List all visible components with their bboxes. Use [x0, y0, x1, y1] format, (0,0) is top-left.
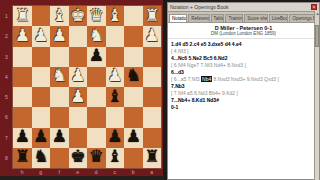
- square-h7[interactable]: ♟: [13, 128, 32, 148]
- square-c8[interactable]: ♝: [106, 148, 125, 168]
- rank-label-2: 2: [0, 26, 13, 46]
- square-c5[interactable]: ♝: [106, 87, 125, 107]
- square-g8[interactable]: ♞: [32, 148, 51, 168]
- square-c2[interactable]: [106, 26, 125, 46]
- square-d7[interactable]: [87, 128, 106, 148]
- tab-score-sheet[interactable]: Score sheet: [244, 14, 268, 22]
- black-bishop-piece: ♝: [107, 148, 122, 165]
- square-a5[interactable]: [143, 87, 162, 107]
- white-bishop-piece: ♝: [107, 7, 122, 24]
- square-f8[interactable]: [50, 148, 69, 168]
- square-d2[interactable]: ♞: [87, 26, 106, 46]
- rank-label-7: 7: [0, 128, 13, 148]
- notation-line-8[interactable]: [ 7.Nf4 a5 8.Nd3 Bb4+ 9.Kd2 ]: [171, 90, 316, 97]
- black-pawn-piece: ♟: [15, 128, 30, 145]
- white-rook-piece: ♜: [15, 7, 30, 24]
- black-pawn-piece: ♟: [126, 128, 141, 145]
- square-c1[interactable]: ♝: [106, 6, 125, 26]
- white-knight-piece: ♞: [89, 27, 104, 44]
- notation-scrollbar[interactable]: ▲: [314, 11, 319, 180]
- notation-line-6[interactable]: [ 6...a5 7.Nf3 Nb4 8.Nxd3 Nxd3+ 9.Nxd3 Q…: [171, 76, 316, 83]
- square-c6[interactable]: [106, 107, 125, 127]
- square-d3[interactable]: ♟: [87, 47, 106, 67]
- black-pawn-piece: ♟: [52, 128, 67, 145]
- square-a8[interactable]: ♜: [143, 148, 162, 168]
- file-label-b: b: [124, 168, 143, 176]
- move-text: [ 6.Nf4 Nge7 7.Nf3 Nd4+ 8.Nxd3 ]: [171, 62, 246, 68]
- current-move-highlight[interactable]: Nb4: [201, 76, 212, 82]
- move-text: [ 7.Nf4 a5 8.Nd3 Bb4+ 9.Kd2 ]: [171, 90, 238, 96]
- black-pawn-piece: ♟: [33, 128, 48, 145]
- tab-notation[interactable]: Notation: [169, 14, 187, 22]
- square-e8[interactable]: ♚: [69, 148, 88, 168]
- white-pawn-piece: ♟: [15, 27, 30, 44]
- board-frame-bottom: [0, 176, 164, 180]
- square-e3[interactable]: [69, 47, 88, 67]
- black-king-piece: ♚: [70, 148, 85, 165]
- square-f2[interactable]: ♟: [50, 26, 69, 46]
- move-text: [ 6...a5 7.Nf3: [171, 76, 201, 82]
- white-rook-piece: ♜: [144, 7, 159, 24]
- move-text: 6...d3: [171, 69, 184, 75]
- rank-labels: 12345678: [0, 6, 13, 168]
- square-h6[interactable]: [13, 107, 32, 127]
- notation-line-9[interactable]: 7...Nb4+ 8.Kd1 Nd3#: [171, 97, 316, 104]
- white-pawn-piece: ♟: [33, 27, 48, 44]
- rank-label-3: 3: [0, 47, 13, 67]
- square-b7[interactable]: ♟: [124, 128, 143, 148]
- notation-line-4[interactable]: [ 6.Nf4 Nge7 7.Nf3 Nd4+ 8.Nxd3 ]: [171, 62, 316, 69]
- notation-panel: Notation + Openings Book x NotationRefer…: [167, 2, 320, 180]
- tab-table[interactable]: Table: [211, 14, 225, 22]
- black-knight-piece: ♞: [33, 148, 48, 165]
- square-b2[interactable]: [124, 26, 143, 46]
- white-queen-piece: ♛: [89, 7, 104, 24]
- square-e5[interactable]: ♟: [69, 87, 88, 107]
- game-event-line: DM (London London ENG 1859): [170, 31, 317, 37]
- square-g4[interactable]: [32, 67, 51, 87]
- close-icon[interactable]: x: [311, 4, 317, 10]
- square-g3[interactable]: [32, 47, 51, 67]
- square-b6[interactable]: [124, 107, 143, 127]
- white-pawn-piece: ♟: [144, 27, 159, 44]
- file-label-e: e: [69, 168, 88, 176]
- notation-line-3[interactable]: 4...Nc6 5.Ne2 Bc5 6.Nd2: [171, 55, 316, 62]
- square-a3[interactable]: [143, 47, 162, 67]
- square-e7[interactable]: [69, 128, 88, 148]
- square-b5[interactable]: [124, 87, 143, 107]
- move-text: 1.d4 d5 2.c4 e5 3.dxe5 d4 4.e4: [171, 41, 242, 47]
- square-b1[interactable]: [124, 6, 143, 26]
- notation-line-7[interactable]: 7.Nb3: [171, 83, 316, 90]
- black-queen-piece: ♛: [89, 148, 104, 165]
- square-b4[interactable]: ♞: [124, 67, 143, 87]
- square-b3[interactable]: [124, 47, 143, 67]
- rank-label-5: 5: [0, 87, 13, 107]
- move-text: 0-1: [171, 104, 178, 110]
- white-pawn-piece: ♟: [70, 67, 85, 84]
- square-f6[interactable]: [50, 107, 69, 127]
- move-text: 7.Nb3: [171, 83, 185, 89]
- move-text: 4...Nc6 5.Ne2 Bc5 6.Nd2: [171, 55, 227, 61]
- square-h8[interactable]: ♜: [13, 148, 32, 168]
- white-king-piece: ♚: [70, 7, 85, 24]
- white-pawn-piece: ♟: [52, 27, 67, 44]
- black-rook-piece: ♜: [15, 148, 30, 165]
- square-b8[interactable]: [124, 148, 143, 168]
- chess-board-panel: 12345678 ♜♝♚♛♝♜♟♟♟♞♟♟♞♟♟♞♟♝♟♟♟♟♟♜♞♚♛♝♜ h…: [0, 0, 164, 180]
- square-g5[interactable]: [32, 87, 51, 107]
- notation-tab-row: NotationReferenceTableTrainingScore shee…: [168, 12, 319, 23]
- square-f5[interactable]: [50, 87, 69, 107]
- square-e4[interactable]: ♟: [69, 67, 88, 87]
- square-a6[interactable]: [143, 107, 162, 127]
- square-h2[interactable]: ♟: [13, 26, 32, 46]
- notation-line-1[interactable]: 1.d4 d5 2.c4 e5 3.dxe5 d4 4.e4: [171, 41, 316, 48]
- square-f4[interactable]: ♞: [50, 67, 69, 87]
- square-d5[interactable]: [87, 87, 106, 107]
- square-a1[interactable]: ♜: [143, 6, 162, 26]
- file-label-c: c: [106, 168, 125, 176]
- black-rook-piece: ♜: [144, 148, 159, 165]
- square-d6[interactable]: [87, 107, 106, 127]
- square-a7[interactable]: [143, 128, 162, 148]
- tab-livebook[interactable]: LiveBook: [269, 14, 289, 22]
- square-c3[interactable]: [106, 47, 125, 67]
- black-bishop-piece: ♝: [107, 88, 122, 105]
- square-d4[interactable]: [87, 67, 106, 87]
- notation-line-5[interactable]: 6...d3: [171, 69, 316, 76]
- square-c4[interactable]: ♟: [106, 67, 125, 87]
- square-a4[interactable]: [143, 67, 162, 87]
- notation-panel-title: Notation + Openings Book: [170, 4, 229, 10]
- rank-label-1: 1: [0, 6, 13, 26]
- scroll-up-icon[interactable]: ▲: [315, 11, 320, 16]
- rank-label-6: 6: [0, 107, 13, 127]
- square-g6[interactable]: [32, 107, 51, 127]
- move-text: [ 4.Nf3 ]: [171, 48, 189, 54]
- file-label-g: g: [32, 168, 51, 176]
- black-pawn-piece: ♟: [107, 128, 122, 145]
- square-f3[interactable]: [50, 47, 69, 67]
- square-g1[interactable]: [32, 6, 51, 26]
- file-label-h: h: [13, 168, 32, 176]
- square-e6[interactable]: [69, 107, 88, 127]
- black-pawn-piece: ♟: [89, 47, 104, 64]
- scroll-thumb[interactable]: [315, 25, 319, 47]
- white-pawn-piece: ♟: [70, 88, 85, 105]
- square-h3[interactable]: [13, 47, 32, 67]
- black-knight-piece: ♞: [126, 67, 141, 84]
- square-h1[interactable]: ♜: [13, 6, 32, 26]
- chess-board[interactable]: ♜♝♚♛♝♜♟♟♟♞♟♟♞♟♟♞♟♝♟♟♟♟♟♜♞♚♛♝♜: [13, 6, 161, 168]
- square-d1[interactable]: ♛: [87, 6, 106, 26]
- file-labels: hgfedcba: [13, 168, 161, 176]
- file-label-f: f: [50, 168, 69, 176]
- file-label-d: d: [87, 168, 106, 176]
- square-g7[interactable]: ♟: [32, 128, 51, 148]
- rank-label-4: 4: [0, 67, 13, 87]
- white-bishop-piece: ♝: [52, 7, 67, 24]
- rank-label-8: 8: [0, 148, 13, 168]
- square-h5[interactable]: [13, 87, 32, 107]
- move-text: 7...Nb4+ 8.Kd1 Nd3#: [171, 97, 219, 103]
- square-c7[interactable]: ♟: [106, 128, 125, 148]
- square-f7[interactable]: ♟: [50, 128, 69, 148]
- tab-training[interactable]: Training: [225, 14, 243, 22]
- white-pawn-piece: ♟: [107, 67, 122, 84]
- square-f1[interactable]: ♝: [50, 6, 69, 26]
- square-a2[interactable]: ♟: [143, 26, 162, 46]
- move-text: 8.Nxd3 Nxd3+ 9.Nxd3 Qxd3 ]: [212, 76, 279, 82]
- notation-line-2[interactable]: [ 4.Nf3 ]: [171, 48, 316, 55]
- square-d8[interactable]: ♛: [87, 148, 106, 168]
- square-e1[interactable]: ♚: [69, 6, 88, 26]
- game-result[interactable]: 0-1: [171, 104, 316, 111]
- move-list[interactable]: 1.d4 d5 2.c4 e5 3.dxe5 d4 4.e4[ 4.Nf3 ]4…: [168, 39, 319, 111]
- file-label-a: a: [143, 168, 162, 176]
- tab-reference[interactable]: Reference: [188, 14, 209, 22]
- square-g2[interactable]: ♟: [32, 26, 51, 46]
- square-h4[interactable]: [13, 67, 32, 87]
- white-knight-piece: ♞: [52, 67, 67, 84]
- square-e2[interactable]: [69, 26, 88, 46]
- notation-panel-titlebar: Notation + Openings Book x: [168, 3, 319, 12]
- game-header: D Miller - Petersen 0-1 DM (London Londo…: [168, 23, 319, 39]
